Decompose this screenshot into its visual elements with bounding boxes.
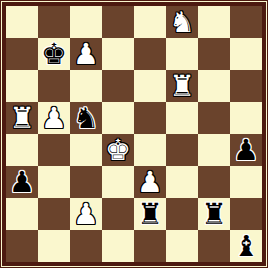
square-g2[interactable]: ♜ bbox=[198, 198, 230, 230]
square-a6[interactable] bbox=[6, 70, 38, 102]
square-d7[interactable] bbox=[102, 38, 134, 70]
white-pawn-c7[interactable]: ♟ bbox=[70, 38, 102, 70]
white-pawn-b5[interactable]: ♟ bbox=[38, 102, 70, 134]
square-c2[interactable]: ♟ bbox=[70, 198, 102, 230]
square-e7[interactable] bbox=[134, 38, 166, 70]
square-d5[interactable] bbox=[102, 102, 134, 134]
square-h1[interactable]: ♝ bbox=[230, 230, 262, 262]
square-f1[interactable] bbox=[166, 230, 198, 262]
square-a7[interactable] bbox=[6, 38, 38, 70]
square-f8[interactable]: ♞ bbox=[166, 6, 198, 38]
square-h7[interactable] bbox=[230, 38, 262, 70]
board-frame: ♞♚♟♜♜♟♞♚♟♟♟♟♜♜♝ bbox=[0, 0, 268, 268]
square-g6[interactable] bbox=[198, 70, 230, 102]
square-b3[interactable] bbox=[38, 166, 70, 198]
square-h6[interactable] bbox=[230, 70, 262, 102]
square-c6[interactable] bbox=[70, 70, 102, 102]
square-c3[interactable] bbox=[70, 166, 102, 198]
black-king-b7[interactable]: ♚ bbox=[38, 38, 70, 70]
white-rook-f6[interactable]: ♜ bbox=[166, 70, 198, 102]
square-g1[interactable] bbox=[198, 230, 230, 262]
square-c4[interactable] bbox=[70, 134, 102, 166]
white-pawn-c2[interactable]: ♟ bbox=[70, 198, 102, 230]
black-pawn-h4[interactable]: ♟ bbox=[230, 134, 262, 166]
black-pawn-a3[interactable]: ♟ bbox=[6, 166, 38, 198]
square-a5[interactable]: ♜ bbox=[6, 102, 38, 134]
square-e3[interactable]: ♟ bbox=[134, 166, 166, 198]
black-bishop-h1[interactable]: ♝ bbox=[230, 230, 262, 262]
square-b4[interactable] bbox=[38, 134, 70, 166]
square-g7[interactable] bbox=[198, 38, 230, 70]
square-g5[interactable] bbox=[198, 102, 230, 134]
square-g4[interactable] bbox=[198, 134, 230, 166]
square-b8[interactable] bbox=[38, 6, 70, 38]
square-f4[interactable] bbox=[166, 134, 198, 166]
white-knight-f8[interactable]: ♞ bbox=[166, 6, 198, 38]
square-f2[interactable] bbox=[166, 198, 198, 230]
black-rook-e2[interactable]: ♜ bbox=[134, 198, 166, 230]
square-h5[interactable] bbox=[230, 102, 262, 134]
square-h8[interactable] bbox=[230, 6, 262, 38]
square-h3[interactable] bbox=[230, 166, 262, 198]
square-f6[interactable]: ♜ bbox=[166, 70, 198, 102]
square-e6[interactable] bbox=[134, 70, 166, 102]
square-d6[interactable] bbox=[102, 70, 134, 102]
square-b2[interactable] bbox=[38, 198, 70, 230]
square-f5[interactable] bbox=[166, 102, 198, 134]
square-e2[interactable]: ♜ bbox=[134, 198, 166, 230]
square-f3[interactable] bbox=[166, 166, 198, 198]
square-e1[interactable] bbox=[134, 230, 166, 262]
square-a1[interactable] bbox=[6, 230, 38, 262]
square-d8[interactable] bbox=[102, 6, 134, 38]
square-e8[interactable] bbox=[134, 6, 166, 38]
square-d4[interactable]: ♚ bbox=[102, 134, 134, 166]
square-d2[interactable] bbox=[102, 198, 134, 230]
chess-board: ♞♚♟♜♜♟♞♚♟♟♟♟♜♜♝ bbox=[6, 6, 262, 262]
square-h2[interactable] bbox=[230, 198, 262, 230]
square-c8[interactable] bbox=[70, 6, 102, 38]
square-d3[interactable] bbox=[102, 166, 134, 198]
square-e4[interactable] bbox=[134, 134, 166, 166]
white-king-d4[interactable]: ♚ bbox=[102, 134, 134, 166]
square-g3[interactable] bbox=[198, 166, 230, 198]
square-a3[interactable]: ♟ bbox=[6, 166, 38, 198]
square-c7[interactable]: ♟ bbox=[70, 38, 102, 70]
square-b5[interactable]: ♟ bbox=[38, 102, 70, 134]
square-h4[interactable]: ♟ bbox=[230, 134, 262, 166]
square-f7[interactable] bbox=[166, 38, 198, 70]
square-a8[interactable] bbox=[6, 6, 38, 38]
square-c5[interactable]: ♞ bbox=[70, 102, 102, 134]
square-a4[interactable] bbox=[6, 134, 38, 166]
square-a2[interactable] bbox=[6, 198, 38, 230]
square-b7[interactable]: ♚ bbox=[38, 38, 70, 70]
square-e5[interactable] bbox=[134, 102, 166, 134]
white-pawn-e3[interactable]: ♟ bbox=[134, 166, 166, 198]
square-b6[interactable] bbox=[38, 70, 70, 102]
square-c1[interactable] bbox=[70, 230, 102, 262]
white-rook-a5[interactable]: ♜ bbox=[6, 102, 38, 134]
square-d1[interactable] bbox=[102, 230, 134, 262]
black-knight-c5[interactable]: ♞ bbox=[70, 102, 102, 134]
black-rook-g2[interactable]: ♜ bbox=[198, 198, 230, 230]
square-b1[interactable] bbox=[38, 230, 70, 262]
square-g8[interactable] bbox=[198, 6, 230, 38]
